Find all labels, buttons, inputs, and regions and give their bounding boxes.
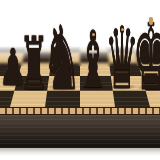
black-king: ♚ [133, 7, 160, 104]
board-drop-shadow [0, 148, 160, 160]
queen-gold-finial-icon [121, 28, 124, 31]
chess-set-photo: ♟ ♜ ♞ ♝ ♛ ♚ [0, 0, 160, 160]
king-gold-finial-icon [149, 17, 153, 25]
board-apron [0, 115, 160, 148]
bishop-gold-finial-icon [92, 33, 95, 36]
